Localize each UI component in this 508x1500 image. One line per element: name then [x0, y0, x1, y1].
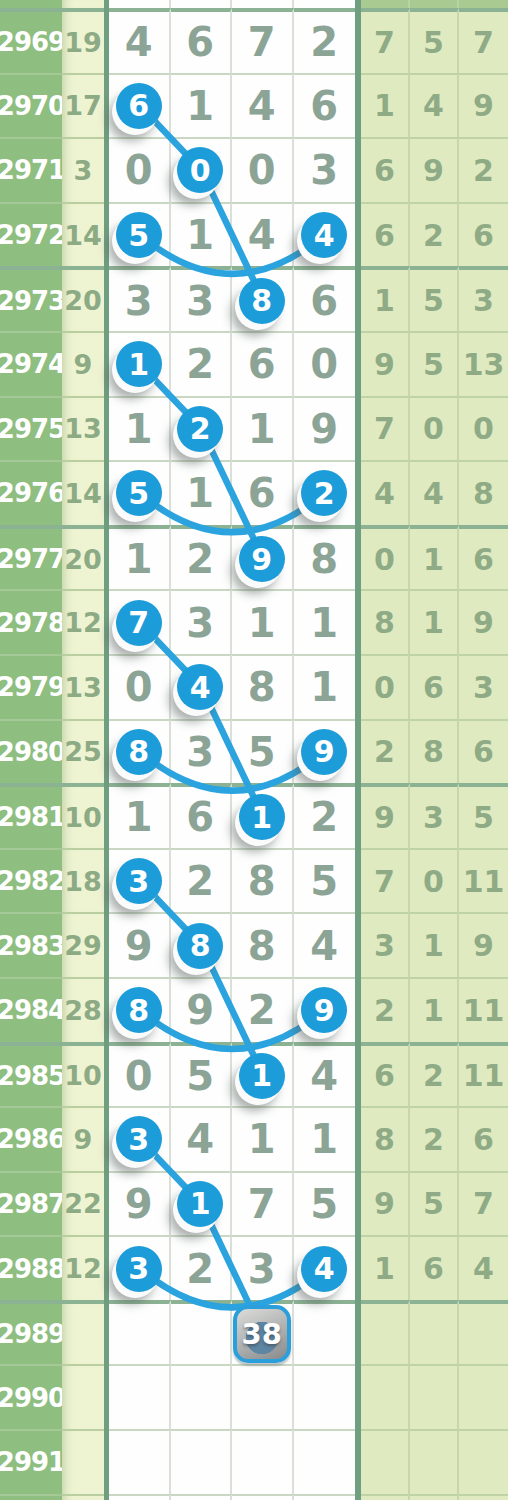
- issue-number: 2988: [0, 1254, 65, 1284]
- issue-number: 2983: [0, 931, 65, 961]
- digit-cell: 6: [232, 460, 294, 525]
- lottery-trend-board: 2969 19 4672 757 2970 17 6146 149 2971 3…: [0, 0, 508, 1500]
- digit-cell: 7: [109, 589, 171, 654]
- hit-circle-marker: 5: [116, 470, 162, 516]
- sum-value: 28: [64, 995, 102, 1026]
- digit-cell: 4: [171, 1106, 233, 1171]
- digit-cell: 4: [294, 912, 356, 977]
- digit-cell: [294, 1300, 356, 1365]
- digit-cell: 9: [294, 719, 356, 784]
- sum-value: 12: [64, 1253, 102, 1284]
- stat-cell: [361, 1300, 410, 1365]
- issue-number: 2973: [0, 286, 65, 316]
- digit-cell: 4: [294, 1235, 356, 1300]
- issue-cell: 2974: [0, 331, 62, 396]
- table-row: 2974 9 1260 9513: [0, 331, 508, 396]
- digit-cell: 1: [109, 396, 171, 461]
- hit-circle-marker: 1: [239, 794, 285, 840]
- stats-row: 153: [361, 266, 508, 331]
- stat-cell: [361, 1364, 410, 1429]
- hit-circle-marker: 1: [239, 1053, 285, 1099]
- stat-cell: 11: [459, 977, 508, 1042]
- sum-value: 12: [64, 607, 102, 638]
- issue-cell: 2984: [0, 977, 62, 1042]
- stat-cell: 6: [361, 202, 410, 267]
- issue-cell: 2990: [0, 1364, 62, 1429]
- stat-cell: [410, 0, 459, 8]
- digit-cell: 3: [171, 589, 233, 654]
- issue-cell: 2989: [0, 1300, 62, 1365]
- stat-cell: 11: [459, 848, 508, 913]
- issue-number: 2978: [0, 608, 65, 638]
- stat-cell: 7: [459, 8, 508, 73]
- issue-number: 2984: [0, 995, 65, 1025]
- hit-circle-marker: 9: [239, 536, 285, 582]
- digit-cell: 9: [109, 1171, 171, 1236]
- digit-cell: 1: [171, 460, 233, 525]
- hit-circle-marker: 4: [301, 1246, 347, 1292]
- stat-cell: 0: [361, 525, 410, 590]
- issue-number: 2977: [0, 544, 65, 574]
- digit-cell: 4: [171, 654, 233, 719]
- hit-circle-marker: 1: [116, 341, 162, 387]
- sum-cell: 9: [62, 331, 104, 396]
- sum-cell: 14: [62, 202, 104, 267]
- digit-cell: 8: [232, 266, 294, 331]
- table-row: 2989 38: [0, 1300, 508, 1365]
- stats-row: [361, 1364, 508, 1429]
- stat-cell: 6: [361, 1042, 410, 1107]
- stat-cell: [361, 0, 410, 8]
- digit-cell: 1: [232, 1106, 294, 1171]
- stat-cell: [410, 1300, 459, 1365]
- issue-number: 2970: [0, 91, 65, 121]
- digit-cell: 4: [232, 202, 294, 267]
- sum-cell: 17: [62, 73, 104, 138]
- sum-cell: 22: [62, 1171, 104, 1236]
- digit-cell: 8: [109, 719, 171, 784]
- digit-grid-row: 9884: [104, 912, 361, 977]
- stats-row: 757: [361, 8, 508, 73]
- issue-number: 2981: [0, 802, 65, 832]
- digit-grid-row: 3411: [104, 1106, 361, 1171]
- stat-cell: 2: [410, 1106, 459, 1171]
- digit-grid-row: [104, 0, 361, 8]
- stat-cell: 6: [459, 1106, 508, 1171]
- digit-cell: [232, 1364, 294, 1429]
- digit-grid-row: 1260: [104, 331, 361, 396]
- stat-cell: 9: [361, 783, 410, 848]
- sum-value: 13: [64, 672, 102, 703]
- table-row: 2979 13 0481 063: [0, 654, 508, 719]
- digit-grid-row: 6146: [104, 73, 361, 138]
- sum-cell: 28: [62, 977, 104, 1042]
- stat-cell: 3: [361, 912, 410, 977]
- digit-cell: 5: [109, 202, 171, 267]
- stats-row: [361, 0, 508, 8]
- digit-cell: 1: [232, 589, 294, 654]
- stats-row: 9513: [361, 331, 508, 396]
- hit-circle-marker: 4: [177, 664, 223, 710]
- stats-row: 692: [361, 137, 508, 202]
- digit-cell: 9: [232, 525, 294, 590]
- stat-cell: [459, 1494, 508, 1500]
- stat-cell: 4: [361, 460, 410, 525]
- digit-cell: 5: [294, 848, 356, 913]
- stat-cell: 0: [410, 396, 459, 461]
- digit-cell: 0: [171, 137, 233, 202]
- stat-cell: 8: [361, 1106, 410, 1171]
- hit-circle-marker: 3: [116, 858, 162, 904]
- sum-value: 18: [64, 866, 102, 897]
- stat-cell: 8: [459, 460, 508, 525]
- stat-cell: 8: [361, 589, 410, 654]
- digit-grid-row: 7311: [104, 589, 361, 654]
- digit-cell: 8: [232, 654, 294, 719]
- digit-cell: 3: [109, 1235, 171, 1300]
- hit-circle-marker: 4: [301, 212, 347, 258]
- stat-cell: 9: [459, 912, 508, 977]
- stat-cell: 5: [410, 8, 459, 73]
- stat-cell: 5: [410, 1171, 459, 1236]
- digit-grid-row: 3285: [104, 848, 361, 913]
- digit-cell: 8: [294, 525, 356, 590]
- sum-value: 19: [64, 27, 102, 58]
- digit-cell: 0: [294, 331, 356, 396]
- stat-cell: 6: [361, 137, 410, 202]
- stat-cell: 13: [459, 331, 508, 396]
- stat-cell: 7: [459, 1171, 508, 1236]
- sum-value: 13: [64, 413, 102, 444]
- digit-cell: 1: [109, 331, 171, 396]
- sum-cell: 19: [62, 8, 104, 73]
- digit-cell: 2: [171, 1235, 233, 1300]
- sum-cell: 29: [62, 912, 104, 977]
- digit-cell: 5: [109, 460, 171, 525]
- partial-row-top: [0, 0, 508, 8]
- stats-row: 2111: [361, 977, 508, 1042]
- issue-cell: 2971: [0, 137, 62, 202]
- digit-cell: 7: [232, 8, 294, 73]
- stats-row: 448: [361, 460, 508, 525]
- digit-cell: [171, 1364, 233, 1429]
- digit-cell: 2: [171, 396, 233, 461]
- issue-cell: 2970: [0, 73, 62, 138]
- digit-cell: [232, 0, 294, 8]
- issue-cell: 2988: [0, 1235, 62, 1300]
- sum-cell: 13: [62, 654, 104, 719]
- hit-circle-marker: 6: [116, 83, 162, 129]
- table-row: 2971 3 0003 692: [0, 137, 508, 202]
- issue-number: 2971: [0, 155, 65, 185]
- digit-cell: 6: [232, 331, 294, 396]
- issue-cell: 2976: [0, 460, 62, 525]
- table-row: 2972 14 5144 626: [0, 202, 508, 267]
- sum-cell: [62, 0, 104, 8]
- stats-row: 286: [361, 719, 508, 784]
- table-row: 2977 20 1298 016: [0, 525, 508, 590]
- issue-number: 2980: [0, 737, 65, 767]
- stat-cell: 6: [410, 1235, 459, 1300]
- digit-cell: 8: [232, 848, 294, 913]
- issue-cell: 2978: [0, 589, 62, 654]
- digit-cell: 2: [294, 460, 356, 525]
- stat-cell: 5: [410, 266, 459, 331]
- sum-cell: 20: [62, 525, 104, 590]
- table-row: 2982 18 3285 7011: [0, 848, 508, 913]
- issue-number: 2982: [0, 866, 65, 896]
- stat-cell: 2: [459, 137, 508, 202]
- issue-cell: 2991: [0, 1429, 62, 1494]
- table-row: 2973 20 3386 153: [0, 266, 508, 331]
- stats-row: 819: [361, 589, 508, 654]
- stats-row: 935: [361, 783, 508, 848]
- stat-cell: 9: [361, 1171, 410, 1236]
- digit-cell: [109, 1429, 171, 1494]
- digit-grid-row: [104, 1429, 361, 1494]
- digit-cell: [171, 1429, 233, 1494]
- hit-circle-marker: 0: [177, 147, 223, 193]
- digit-cell: [171, 1494, 233, 1500]
- stats-row: 149: [361, 73, 508, 138]
- digit-grid-row: 0003: [104, 137, 361, 202]
- table-row: 2986 9 3411 826: [0, 1106, 508, 1171]
- stats-row: 016: [361, 525, 508, 590]
- stat-cell: 0: [361, 654, 410, 719]
- stats-row: 826: [361, 1106, 508, 1171]
- hit-circle-marker: 8: [239, 278, 285, 324]
- sum-cell: 10: [62, 783, 104, 848]
- stat-cell: [361, 1429, 410, 1494]
- digit-cell: 2: [171, 525, 233, 590]
- digit-cell: [232, 1494, 294, 1500]
- digit-cell: 8: [109, 977, 171, 1042]
- digit-cell: 1: [171, 1171, 233, 1236]
- hit-circle-marker: 8: [116, 987, 162, 1033]
- digit-cell: 3: [109, 848, 171, 913]
- stat-cell: 3: [410, 783, 459, 848]
- stat-cell: 4: [410, 73, 459, 138]
- stat-cell: 1: [410, 912, 459, 977]
- stat-cell: [459, 0, 508, 8]
- stat-cell: 4: [459, 1235, 508, 1300]
- sum-cell: 3: [62, 137, 104, 202]
- digit-cell: [232, 1429, 294, 1494]
- sum-value: 3: [74, 155, 93, 186]
- digit-cell: 6: [294, 266, 356, 331]
- issue-number: 2976: [0, 478, 65, 508]
- digit-cell: [294, 1429, 356, 1494]
- digit-cell: [171, 0, 233, 8]
- digit-cell: 3: [232, 1235, 294, 1300]
- sum-cell: 12: [62, 1235, 104, 1300]
- stat-cell: 1: [410, 589, 459, 654]
- digit-cell: 8: [171, 912, 233, 977]
- digit-cell: [294, 0, 356, 8]
- stat-cell: [459, 1300, 508, 1365]
- stat-cell: 4: [410, 460, 459, 525]
- digit-cell: 4: [294, 1042, 356, 1107]
- digit-grid-row: [104, 1494, 361, 1500]
- hit-circle-marker: 3: [116, 1246, 162, 1292]
- digit-cell: 1: [232, 396, 294, 461]
- issue-cell: 2972: [0, 202, 62, 267]
- stat-cell: 9: [410, 137, 459, 202]
- digit-grid-row: 3386: [104, 266, 361, 331]
- digit-cell: 1: [232, 783, 294, 848]
- digit-cell: 3: [294, 137, 356, 202]
- stat-cell: 0: [410, 848, 459, 913]
- digit-cell: 6: [171, 783, 233, 848]
- digit-cell: 6: [294, 73, 356, 138]
- digit-cell: 2: [171, 848, 233, 913]
- table-row: 2991: [0, 1429, 508, 1494]
- hit-circle-marker: 2: [301, 470, 347, 516]
- digit-cell: [294, 1494, 356, 1500]
- stat-cell: 5: [459, 783, 508, 848]
- digit-cell: 1: [109, 525, 171, 590]
- sum-value: 10: [64, 1060, 102, 1091]
- sum-cell: 25: [62, 719, 104, 784]
- digit-cell: 3: [171, 266, 233, 331]
- digit-cell: [109, 1364, 171, 1429]
- issue-number: 2989: [0, 1319, 65, 1349]
- stat-cell: [459, 1364, 508, 1429]
- digit-cell: [109, 0, 171, 8]
- stat-cell: 6: [459, 719, 508, 784]
- digit-cell: 1: [232, 1042, 294, 1107]
- issue-number: 2969: [0, 27, 65, 57]
- stats-row: 957: [361, 1171, 508, 1236]
- sum-value: 10: [64, 802, 102, 833]
- digit-cell: 0: [109, 654, 171, 719]
- digit-grid-row: 38: [104, 1300, 361, 1365]
- stat-cell: [410, 1364, 459, 1429]
- digit-cell: [109, 1494, 171, 1500]
- sum-cell: 9: [62, 1106, 104, 1171]
- stat-cell: 3: [459, 654, 508, 719]
- digit-cell: 6: [109, 73, 171, 138]
- digit-cell: 7: [232, 1171, 294, 1236]
- issue-number: 2990: [0, 1383, 65, 1413]
- digit-cell: [294, 1364, 356, 1429]
- sum-cell: [62, 1494, 104, 1500]
- digit-grid-row: 9175: [104, 1171, 361, 1236]
- issue-cell: 2977: [0, 525, 62, 590]
- stat-cell: 6: [459, 202, 508, 267]
- table-row: 2984 28 8929 2111: [0, 977, 508, 1042]
- digit-cell: 1: [171, 202, 233, 267]
- issue-cell: 2969: [0, 8, 62, 73]
- digit-cell: 8: [232, 912, 294, 977]
- stats-row: 319: [361, 912, 508, 977]
- digit-grid-row: [104, 1364, 361, 1429]
- sum-value: 22: [64, 1188, 102, 1219]
- stat-cell: 1: [410, 977, 459, 1042]
- sum-cell: 20: [62, 266, 104, 331]
- hit-circle-marker: 8: [177, 923, 223, 969]
- digit-grid-row: 5162: [104, 460, 361, 525]
- digit-cell: 9: [294, 977, 356, 1042]
- issue-cell: 2983: [0, 912, 62, 977]
- stat-cell: 3: [459, 266, 508, 331]
- stat-cell: [410, 1429, 459, 1494]
- table-row: 2980 25 8359 286: [0, 719, 508, 784]
- next-draw-box: 38: [233, 1305, 291, 1363]
- digit-cell: 3: [109, 266, 171, 331]
- digit-cell: 0: [109, 1042, 171, 1107]
- issue-cell: 2973: [0, 266, 62, 331]
- table-row: 2970 17 6146 149: [0, 73, 508, 138]
- digit-cell: 1: [294, 589, 356, 654]
- stat-cell: 1: [410, 525, 459, 590]
- digit-cell: 3: [171, 719, 233, 784]
- sum-value: 20: [64, 544, 102, 575]
- stat-cell: 2: [361, 719, 410, 784]
- table-row: 2975 13 1219 700: [0, 396, 508, 461]
- digit-grid-row: 1612: [104, 783, 361, 848]
- digit-grid-row: 1219: [104, 396, 361, 461]
- hit-circle-marker: 9: [301, 987, 347, 1033]
- stats-row: [361, 1300, 508, 1365]
- table-row: 2988 12 3234 164: [0, 1235, 508, 1300]
- sum-value: 9: [74, 349, 93, 380]
- stat-cell: [459, 1429, 508, 1494]
- hit-circle-marker: 2: [177, 406, 223, 452]
- issue-cell: 2979: [0, 654, 62, 719]
- sum-cell: [62, 1429, 104, 1494]
- issue-cell: 2987: [0, 1171, 62, 1236]
- stat-cell: 2: [410, 202, 459, 267]
- table-row: 2981 10 1612 935: [0, 783, 508, 848]
- stat-cell: 9: [459, 589, 508, 654]
- stat-cell: 1: [361, 1235, 410, 1300]
- issue-cell: 2981: [0, 783, 62, 848]
- stats-row: 6211: [361, 1042, 508, 1107]
- issue-cell: 2986: [0, 1106, 62, 1171]
- issue-cell: 2975: [0, 396, 62, 461]
- issue-cell: 2982: [0, 848, 62, 913]
- digit-cell: 4: [294, 202, 356, 267]
- digit-cell: 1: [294, 1106, 356, 1171]
- stat-cell: 11: [459, 1042, 508, 1107]
- digit-cell: [109, 1300, 171, 1365]
- digit-cell: 0: [109, 137, 171, 202]
- digit-cell: 2: [294, 8, 356, 73]
- stat-cell: [410, 1494, 459, 1500]
- sum-cell: 14: [62, 460, 104, 525]
- digit-cell: 2: [294, 783, 356, 848]
- digit-grid-row: 0481: [104, 654, 361, 719]
- hit-circle-marker: 7: [116, 600, 162, 646]
- digit-grid-row: 0514: [104, 1042, 361, 1107]
- digit-cell: 6: [171, 8, 233, 73]
- digit-cell: 4: [232, 73, 294, 138]
- stat-cell: 1: [361, 73, 410, 138]
- hit-circle-marker: 1: [177, 1181, 223, 1227]
- digit-cell: 5: [171, 1042, 233, 1107]
- digit-cell: 1: [109, 783, 171, 848]
- digit-cell: 9: [171, 977, 233, 1042]
- issue-number: 2974: [0, 349, 65, 379]
- digit-cell: 5: [294, 1171, 356, 1236]
- digit-cell: 2: [232, 977, 294, 1042]
- digit-cell: 0: [232, 137, 294, 202]
- stats-row: [361, 1429, 508, 1494]
- stat-cell: 7: [361, 396, 410, 461]
- table-row: 2985 10 0514 6211: [0, 1042, 508, 1107]
- digit-cell: 5: [232, 719, 294, 784]
